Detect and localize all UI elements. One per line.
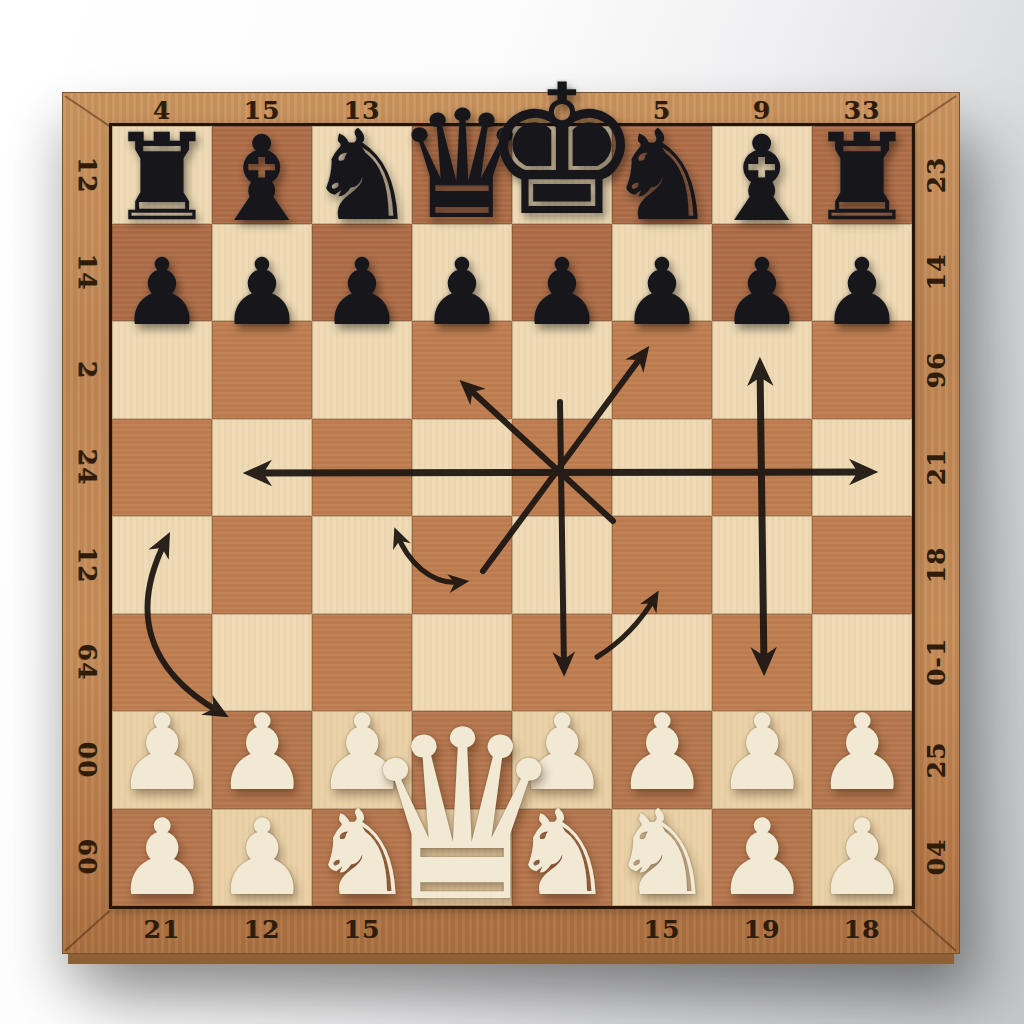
arrow-left-c-curve (148, 540, 221, 713)
piece-black-bishop-g8[interactable]: ♝ (709, 120, 815, 238)
piece-white-pawn-b2[interactable]: ♟ (215, 701, 309, 806)
piece-white-pawn-h2[interactable]: ♟ (815, 701, 909, 806)
piece-white-pawn-b1[interactable]: ♟ (215, 806, 309, 911)
piece-white-pawn-a2[interactable]: ♟ (115, 701, 209, 806)
border-label-left-1: 12 (73, 156, 102, 193)
border-label-right-5: 18 (922, 546, 951, 583)
piece-black-bishop-b8[interactable]: ♝ (209, 120, 315, 238)
piece-black-pawn-g7[interactable]: ♟ (721, 247, 803, 339)
arrow-small-curve-right (597, 597, 655, 657)
border-label-left-6: 64 (73, 644, 102, 681)
border-label-right-4: 21 (922, 449, 951, 486)
border-label-right-7: 25 (922, 741, 951, 778)
arrow-center-down (560, 402, 564, 668)
border-label-left-5: 12 (73, 546, 102, 583)
piece-white-pawn-h1[interactable]: ♟ (815, 806, 909, 911)
border-label-left-3: 2 (73, 361, 102, 379)
border-label-left-8: 60 (73, 839, 102, 876)
border-label-left-4: 24 (73, 449, 102, 486)
piece-white-knight-e1[interactable]: ♞ (509, 794, 615, 912)
piece-black-pawn-b7[interactable]: ♟ (221, 247, 303, 339)
piece-white-pawn-g2[interactable]: ♟ (715, 701, 809, 806)
piece-black-pawn-f7[interactable]: ♟ (621, 247, 703, 339)
piece-black-pawn-c7[interactable]: ♟ (321, 247, 403, 339)
border-label-right-1: 23 (922, 156, 951, 193)
piece-black-pawn-h7[interactable]: ♟ (821, 247, 903, 339)
border-label-right-3: 96 (922, 351, 951, 388)
border-label-left-2: 14 (73, 254, 102, 291)
piece-black-pawn-e7[interactable]: ♟ (521, 247, 603, 339)
piece-black-rook-a8[interactable]: ♜ (108, 118, 216, 238)
border-label-right-2: 14 (922, 254, 951, 291)
arrow-diagonal-northwest (466, 386, 613, 521)
piece-white-pawn-g1[interactable]: ♟ (715, 806, 809, 911)
piece-black-knight-f8[interactable]: ♞ (606, 113, 718, 238)
chess-scene: 4151359332112151519181214224126400602314… (0, 0, 1024, 1024)
piece-black-pawn-d7[interactable]: ♟ (421, 247, 503, 339)
border-label-right-8: 04 (922, 839, 951, 876)
piece-white-pawn-a1[interactable]: ♟ (115, 806, 209, 911)
arrow-tall-vertical (760, 367, 764, 666)
border-label-left-7: 00 (73, 741, 102, 778)
piece-white-knight-f1[interactable]: ♞ (609, 794, 715, 912)
piece-black-rook-h8[interactable]: ♜ (808, 118, 916, 238)
piece-black-pawn-a7[interactable]: ♟ (121, 247, 203, 339)
border-label-right-6: 0-1 (922, 638, 951, 686)
arrow-small-curve-left (397, 534, 462, 582)
